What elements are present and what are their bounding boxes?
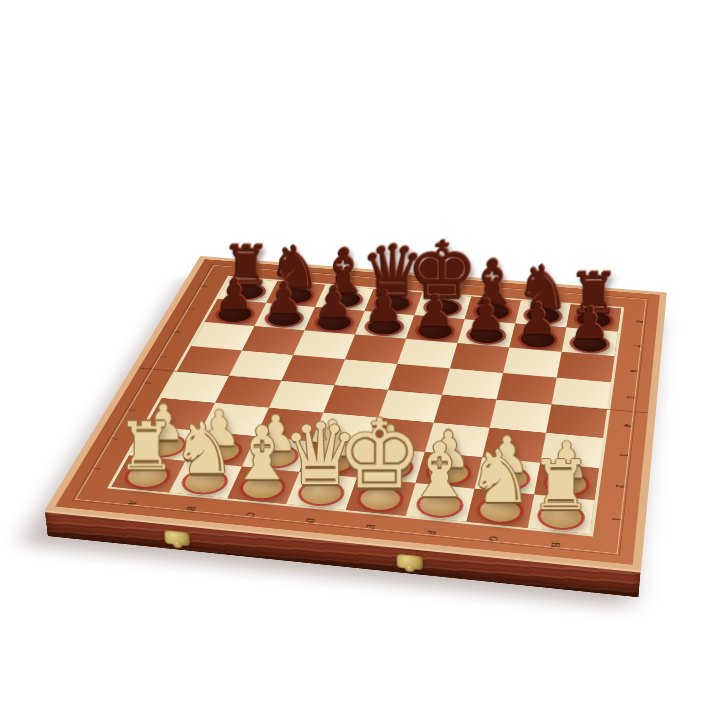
board-grid: ♜♞♝♛♚♝♞♜♟♟♟♟♟♟♟♟♟♟♟♟♟♟♟♟♜♞♝♛♚♝♞♜ xyxy=(107,276,624,537)
piece-black-pawn-f7: ♟ xyxy=(466,293,505,337)
square-h1: ♜ xyxy=(528,494,595,534)
square-h6 xyxy=(557,352,615,382)
brass-clasp-left xyxy=(164,530,190,546)
square-h5 xyxy=(552,377,611,409)
square-g1: ♞ xyxy=(466,489,534,528)
piece-white-rook-h1: ♜ xyxy=(530,451,591,519)
piece-black-pawn-h7: ♟ xyxy=(570,301,610,345)
piece-white-rook-a1: ♜ xyxy=(117,413,176,479)
piece-white-knight-b1: ♞ xyxy=(172,414,236,485)
square-f6 xyxy=(450,343,509,373)
square-f1: ♝ xyxy=(406,483,475,522)
square-e5 xyxy=(388,364,450,395)
square-g7: ♟ xyxy=(509,323,566,352)
brass-clasp-right xyxy=(397,554,423,570)
chess-board-3d: ♜♞♝♛♚♝♞♜♟♟♟♟♟♟♟♟♟♟♟♟♟♟♟♟♜♞♝♛♚♝♞♜ ABCDEFG… xyxy=(45,256,667,571)
piece-black-pawn-c7: ♟ xyxy=(314,281,353,324)
piece-white-knight-g1: ♞ xyxy=(467,441,532,514)
piece-white-bishop-f1: ♝ xyxy=(406,433,473,508)
product-photo-scene: ♜♞♝♛♚♝♞♜♟♟♟♟♟♟♟♟♟♟♟♟♟♟♟♟♜♞♝♛♚♝♞♜ ABCDEFG… xyxy=(0,0,710,710)
piece-black-pawn-g7: ♟ xyxy=(518,297,557,341)
piece-black-pawn-d7: ♟ xyxy=(365,285,404,328)
square-e6 xyxy=(397,339,457,368)
square-d5 xyxy=(334,359,397,390)
piece-black-pawn-b7: ♟ xyxy=(264,277,303,320)
piece-black-pawn-a7: ♟ xyxy=(215,273,253,316)
piece-black-pawn-e7: ♟ xyxy=(415,289,454,333)
square-g5 xyxy=(497,373,557,405)
